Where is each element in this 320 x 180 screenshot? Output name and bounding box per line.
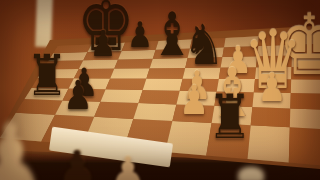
foreground-piece[interactable]: ♟ [0, 111, 48, 180]
piece-black-pawn-b7[interactable]: ♟ [64, 75, 93, 115]
captured-white-pawn[interactable]: ♟ [110, 151, 146, 180]
piece-white-pawn-b4[interactable]: ♟ [179, 80, 209, 120]
piece-white-pawn-c2[interactable]: ♟ [257, 67, 286, 106]
piece-black-rook-a3[interactable]: ♜ [207, 86, 252, 147]
captured-black-pawn[interactable]: ♟ [57, 145, 96, 180]
piece-black-rook-c8[interactable]: ♜ [26, 48, 67, 104]
piece-black-pawn-g7[interactable]: ♟ [89, 26, 116, 62]
photo-scene: ♜♟♟♟♚♟♝♞♜♟♟♝♟♟♛♚ ♟ ♟ ♟ [0, 0, 320, 180]
partial-piece-blur [238, 167, 264, 180]
